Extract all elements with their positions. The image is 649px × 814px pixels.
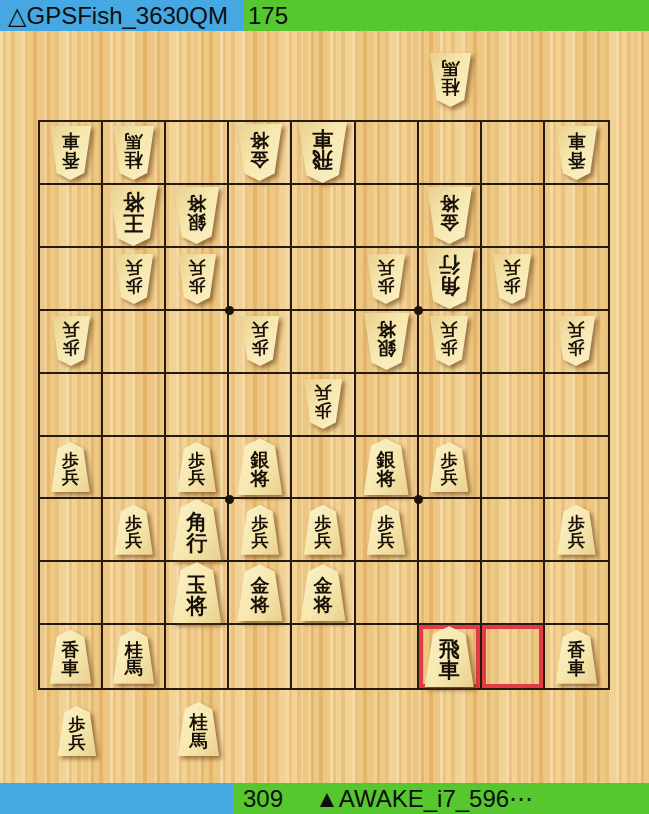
board-cell[interactable] xyxy=(545,185,608,248)
board-cell[interactable] xyxy=(482,562,545,625)
piece-sente-lance[interactable]: 香車 xyxy=(555,630,598,684)
board-cell[interactable] xyxy=(166,374,229,437)
piece-sente-pawn[interactable]: 歩兵 xyxy=(303,505,343,555)
board-cell[interactable] xyxy=(482,499,545,562)
piece-gote-silver[interactable]: 銀将 xyxy=(173,187,220,244)
board-cell[interactable] xyxy=(103,562,166,625)
board-cell[interactable] xyxy=(229,185,292,248)
board-cell[interactable]: 歩兵 xyxy=(229,499,292,562)
board-cell[interactable] xyxy=(545,562,608,625)
piece-gote-king[interactable]: 王将 xyxy=(108,185,159,246)
board-cell[interactable] xyxy=(545,248,608,311)
board-cell[interactable]: 玉将 xyxy=(166,562,229,625)
piece-gote-pawn[interactable]: 歩兵 xyxy=(556,316,596,366)
board-cell[interactable] xyxy=(419,374,482,437)
board-cell[interactable]: 歩兵 xyxy=(419,437,482,500)
hand-piece-sente-pawn[interactable]: 歩兵 xyxy=(57,706,97,756)
piece-sente-bishop[interactable]: 角行 xyxy=(171,499,222,560)
board-cell[interactable]: 歩兵 xyxy=(356,248,419,311)
star-point xyxy=(225,495,234,504)
board-cell[interactable] xyxy=(482,625,545,688)
board-cell[interactable]: 王将 xyxy=(103,185,166,248)
board-cell[interactable]: 歩兵 xyxy=(103,248,166,311)
sente-empty-segment xyxy=(0,783,233,814)
piece-sente-knight[interactable]: 桂馬 xyxy=(112,630,155,684)
board-cell[interactable]: 歩兵 xyxy=(166,248,229,311)
board-cell[interactable] xyxy=(545,437,608,500)
board-cell[interactable]: 飛車 xyxy=(292,122,355,185)
board-cell[interactable] xyxy=(166,122,229,185)
piece-sente-pawn[interactable]: 歩兵 xyxy=(556,505,596,555)
piece-gote-pawn[interactable]: 歩兵 xyxy=(366,254,406,304)
sente-clock-value: 309 xyxy=(233,783,283,814)
board-cell[interactable] xyxy=(103,374,166,437)
shogi-board: 香車桂馬金将飛車香車王将銀将金将歩兵歩兵歩兵角行歩兵歩兵歩兵銀将歩兵歩兵歩兵歩兵… xyxy=(38,120,610,690)
board-cell[interactable]: 金将 xyxy=(419,185,482,248)
star-point xyxy=(225,306,234,315)
board-cell[interactable]: 歩兵 xyxy=(229,311,292,374)
board-cell[interactable]: 角行 xyxy=(166,499,229,562)
board-cell[interactable] xyxy=(545,374,608,437)
board-cell[interactable] xyxy=(482,374,545,437)
piece-gote-pawn[interactable]: 歩兵 xyxy=(240,316,280,366)
board-cell[interactable]: 桂馬 xyxy=(103,625,166,688)
board-cell[interactable]: 歩兵 xyxy=(40,437,103,500)
star-point xyxy=(414,306,423,315)
board-cell[interactable]: 香車 xyxy=(545,625,608,688)
gote-clock-value: 175 xyxy=(243,0,288,31)
board-cell[interactable] xyxy=(40,248,103,311)
board-cell[interactable] xyxy=(419,122,482,185)
board-cell[interactable]: 歩兵 xyxy=(545,311,608,374)
board-cell[interactable] xyxy=(166,625,229,688)
piece-gote-pawn[interactable]: 歩兵 xyxy=(51,316,91,366)
board-cell[interactable] xyxy=(292,311,355,374)
piece-sente-lance[interactable]: 香車 xyxy=(49,630,92,684)
board-cell[interactable] xyxy=(356,122,419,185)
piece-gote-lance[interactable]: 香車 xyxy=(49,126,92,180)
board-cell[interactable] xyxy=(292,625,355,688)
piece-sente-pawn[interactable]: 歩兵 xyxy=(114,505,154,555)
board-cell[interactable]: 歩兵 xyxy=(292,374,355,437)
piece-gote-knight[interactable]: 桂馬 xyxy=(112,126,155,180)
hand-piece-gote-knight[interactable]: 桂馬 xyxy=(429,53,472,107)
piece-sente-king[interactable]: 玉将 xyxy=(171,562,222,623)
piece-sente-rook[interactable]: 飛車 xyxy=(424,626,475,687)
piece-sente-gold[interactable]: 金将 xyxy=(299,564,346,621)
board-cell[interactable]: 歩兵 xyxy=(166,437,229,500)
sente-player-name: ▲AWAKE_i7_596⋯ xyxy=(315,783,533,814)
piece-gote-gold[interactable]: 金将 xyxy=(236,124,283,181)
sente-value-segment: 309 ▲AWAKE_i7_596⋯ xyxy=(233,783,649,814)
board-cell[interactable] xyxy=(356,562,419,625)
board-cell[interactable] xyxy=(356,625,419,688)
board-cell[interactable] xyxy=(482,311,545,374)
piece-sente-pawn[interactable]: 歩兵 xyxy=(177,442,217,492)
board-cell[interactable]: 香車 xyxy=(40,122,103,185)
piece-sente-pawn[interactable]: 歩兵 xyxy=(429,442,469,492)
board-cell[interactable] xyxy=(166,311,229,374)
board-cell[interactable]: 飛車 xyxy=(419,625,482,688)
gote-player-bar: △GPSFish_3630QM 175 xyxy=(0,0,649,31)
piece-gote-pawn[interactable]: 歩兵 xyxy=(177,254,217,304)
piece-gote-lance[interactable]: 香車 xyxy=(555,126,598,180)
gote-player-name: △GPSFish_3630QM xyxy=(0,0,228,31)
board-cell[interactable] xyxy=(292,185,355,248)
piece-gote-pawn[interactable]: 歩兵 xyxy=(492,254,532,304)
board-cell[interactable] xyxy=(40,562,103,625)
piece-gote-pawn[interactable]: 歩兵 xyxy=(429,316,469,366)
gote-name-segment: △GPSFish_3630QM xyxy=(0,0,243,31)
board-cell[interactable] xyxy=(292,248,355,311)
board-cell[interactable]: 金将 xyxy=(292,562,355,625)
board-cell[interactable]: 歩兵 xyxy=(103,499,166,562)
piece-sente-silver[interactable]: 銀将 xyxy=(363,438,410,495)
piece-sente-silver[interactable]: 銀将 xyxy=(236,438,283,495)
board-cell[interactable]: 歩兵 xyxy=(40,311,103,374)
piece-gote-gold[interactable]: 金将 xyxy=(426,187,473,244)
board-cell[interactable]: 角行 xyxy=(419,248,482,311)
board-cell[interactable]: 歩兵 xyxy=(356,499,419,562)
board-cell[interactable] xyxy=(482,122,545,185)
board-cell[interactable]: 歩兵 xyxy=(482,248,545,311)
piece-gote-bishop[interactable]: 角行 xyxy=(424,248,475,309)
board-cell[interactable] xyxy=(40,374,103,437)
board-cell[interactable] xyxy=(419,562,482,625)
sente-player-bar: 309 ▲AWAKE_i7_596⋯ xyxy=(0,783,649,814)
board-cell[interactable]: 銀将 xyxy=(356,311,419,374)
board-cell[interactable] xyxy=(40,185,103,248)
board-cell[interactable] xyxy=(419,499,482,562)
board-cell[interactable]: 歩兵 xyxy=(292,499,355,562)
board-cell[interactable] xyxy=(103,437,166,500)
board-cell[interactable]: 香車 xyxy=(545,122,608,185)
hand-piece-sente-knight[interactable]: 桂馬 xyxy=(177,702,220,756)
board-cell[interactable]: 歩兵 xyxy=(419,311,482,374)
board-cell[interactable]: 歩兵 xyxy=(545,499,608,562)
board-cell[interactable]: 金将 xyxy=(229,562,292,625)
board-cell[interactable] xyxy=(229,374,292,437)
board-cell[interactable] xyxy=(40,499,103,562)
board-cell[interactable] xyxy=(229,625,292,688)
board-cell[interactable]: 金将 xyxy=(229,122,292,185)
board-cell[interactable] xyxy=(356,374,419,437)
board-cell[interactable] xyxy=(229,248,292,311)
board-cell[interactable]: 銀将 xyxy=(166,185,229,248)
gote-value-segment: 175 xyxy=(243,0,649,31)
piece-gote-silver[interactable]: 銀将 xyxy=(363,313,410,370)
piece-gote-rook[interactable]: 飛車 xyxy=(297,122,348,183)
board-cell[interactable]: 銀将 xyxy=(356,437,419,500)
star-point xyxy=(414,495,423,504)
piece-gote-pawn[interactable]: 歩兵 xyxy=(303,379,343,429)
board-cell[interactable]: 香車 xyxy=(40,625,103,688)
piece-gote-pawn[interactable]: 歩兵 xyxy=(114,254,154,304)
board-cell[interactable] xyxy=(482,185,545,248)
board-cell[interactable] xyxy=(292,437,355,500)
board-cell[interactable]: 銀将 xyxy=(229,437,292,500)
board-cell[interactable] xyxy=(356,185,419,248)
board-cell[interactable] xyxy=(482,437,545,500)
board-cell[interactable] xyxy=(103,311,166,374)
piece-sente-gold[interactable]: 金将 xyxy=(236,564,283,621)
piece-sente-pawn[interactable]: 歩兵 xyxy=(240,505,280,555)
piece-sente-pawn[interactable]: 歩兵 xyxy=(51,442,91,492)
board-cell[interactable]: 桂馬 xyxy=(103,122,166,185)
piece-sente-pawn[interactable]: 歩兵 xyxy=(366,505,406,555)
